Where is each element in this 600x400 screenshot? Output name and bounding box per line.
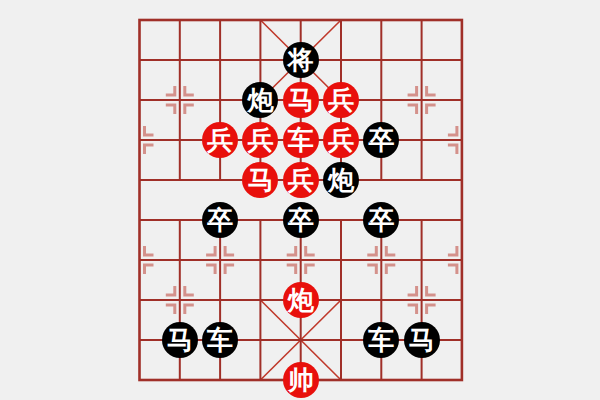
- piece-red-soldier-5[interactable]: 兵: [283, 162, 319, 198]
- piece-black-chariot-1[interactable]: 车: [202, 322, 238, 358]
- xiangqi-diagram: 将 炮 马 兵 兵 兵 车 兵 卒 马 兵 炮 卒 卒 卒 炮 马 车 车 马 …: [0, 0, 600, 400]
- piece-red-horse-2[interactable]: 马: [242, 162, 278, 198]
- piece-black-horse-2[interactable]: 马: [404, 322, 440, 358]
- piece-red-soldier-2[interactable]: 兵: [202, 122, 238, 158]
- piece-black-cannon-2[interactable]: 炮: [323, 162, 359, 198]
- piece-black-soldier-4[interactable]: 卒: [363, 202, 399, 238]
- piece-black-horse-1[interactable]: 马: [162, 322, 198, 358]
- piece-black-soldier-1[interactable]: 卒: [363, 122, 399, 158]
- piece-red-soldier-3[interactable]: 兵: [242, 122, 278, 158]
- piece-red-cannon[interactable]: 炮: [283, 282, 319, 318]
- piece-black-general[interactable]: 将: [283, 42, 319, 78]
- piece-red-horse-1[interactable]: 马: [283, 82, 319, 118]
- piece-red-soldier-4[interactable]: 兵: [323, 122, 359, 158]
- piece-red-chariot[interactable]: 车: [283, 122, 319, 158]
- piece-black-cannon-1[interactable]: 炮: [242, 82, 278, 118]
- piece-red-general[interactable]: 帅: [283, 362, 319, 398]
- piece-black-soldier-3[interactable]: 卒: [283, 202, 319, 238]
- piece-black-chariot-2[interactable]: 车: [363, 322, 399, 358]
- piece-black-soldier-2[interactable]: 卒: [202, 202, 238, 238]
- piece-red-soldier-1[interactable]: 兵: [323, 82, 359, 118]
